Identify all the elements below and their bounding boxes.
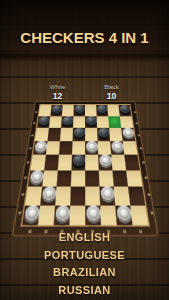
square[interactable] (111, 155, 126, 170)
square[interactable] (99, 205, 116, 225)
square[interactable] (48, 116, 61, 128)
square[interactable] (85, 116, 97, 128)
white-piece[interactable] (99, 187, 113, 200)
white-piece[interactable] (33, 141, 46, 151)
menu-item-portuguese[interactable]: PORTUGUESE (0, 247, 169, 265)
black-piece[interactable] (37, 116, 49, 125)
square[interactable] (129, 205, 147, 225)
square[interactable] (27, 170, 43, 187)
square[interactable] (55, 187, 71, 205)
black-piece[interactable] (61, 116, 72, 125)
square[interactable] (32, 141, 47, 155)
square[interactable] (70, 170, 84, 187)
black-piece[interactable] (118, 105, 129, 113)
square[interactable] (42, 170, 58, 187)
white-piece[interactable] (54, 205, 69, 220)
square[interactable] (85, 187, 100, 205)
square[interactable] (57, 155, 71, 170)
square[interactable] (119, 116, 132, 128)
square[interactable] (69, 205, 85, 225)
player-white-name: White (40, 84, 76, 90)
square[interactable] (36, 116, 49, 128)
language-menu: ENGLISH PORTUGUESE BRAZILIAN RUSSIAN (0, 229, 169, 299)
square[interactable] (110, 141, 124, 155)
square[interactable] (113, 187, 129, 205)
coordinate-dot (146, 193, 149, 196)
square[interactable] (71, 141, 84, 155)
coordinate-dot (17, 211, 20, 214)
white-piece[interactable] (85, 141, 97, 151)
square[interactable] (107, 105, 119, 116)
square[interactable] (25, 187, 42, 205)
square[interactable] (85, 155, 99, 170)
square[interactable] (45, 141, 59, 155)
board-frame (11, 101, 158, 236)
square[interactable] (73, 105, 85, 116)
square[interactable] (125, 170, 141, 187)
square[interactable] (58, 141, 72, 155)
coordinate-dot (30, 134, 33, 136)
square[interactable] (61, 105, 73, 116)
menu-item-brazilian[interactable]: BRAZILIAN (0, 264, 169, 282)
square[interactable] (50, 105, 62, 116)
player-black-name: Black (94, 84, 130, 90)
square[interactable] (59, 128, 72, 141)
player-black: Black 10 (94, 84, 130, 101)
square[interactable] (85, 105, 97, 116)
black-piece[interactable] (72, 155, 84, 166)
square[interactable] (44, 155, 59, 170)
square[interactable] (99, 187, 115, 205)
square[interactable] (98, 170, 113, 187)
square[interactable] (112, 170, 128, 187)
coordinate-dot (23, 176, 26, 178)
white-piece[interactable] (110, 141, 123, 151)
menu-item-russian[interactable]: RUSSIAN (0, 282, 169, 300)
player-black-score: 10 (94, 91, 130, 101)
square[interactable] (70, 187, 85, 205)
white-piece[interactable] (85, 205, 99, 220)
coordinate-dot (138, 147, 141, 149)
scoreboard: White 12 Black 10 (0, 84, 169, 101)
coordinate-dot (141, 161, 144, 163)
square[interactable] (109, 128, 123, 141)
square[interactable] (118, 105, 131, 116)
square[interactable] (85, 170, 99, 187)
white-piece[interactable] (23, 205, 39, 220)
square[interactable] (127, 187, 144, 205)
square[interactable] (37, 205, 54, 225)
square[interactable] (97, 141, 111, 155)
square[interactable] (72, 128, 85, 141)
black-piece[interactable] (96, 105, 107, 113)
white-piece[interactable] (29, 170, 43, 182)
square[interactable] (114, 205, 131, 225)
coordinate-dot (136, 134, 139, 136)
coordinate-dot (28, 147, 31, 149)
coordinate-dot (25, 161, 28, 163)
checkers-board (35, 101, 135, 231)
square[interactable] (85, 128, 98, 141)
square[interactable] (122, 141, 137, 155)
app: CHECKERS 4 IN 1 White 12 Black 10 ENGLIS… (0, 0, 169, 300)
square[interactable] (53, 205, 70, 225)
app-title: CHECKERS 4 IN 1 (0, 29, 169, 46)
square[interactable] (71, 155, 85, 170)
player-white: White 12 (40, 84, 76, 101)
black-piece[interactable] (73, 128, 84, 137)
square[interactable] (97, 128, 110, 141)
square[interactable] (60, 116, 72, 128)
coordinate-dot (32, 122, 34, 124)
coordinate-dot (134, 122, 136, 124)
board-grid (20, 104, 150, 227)
square[interactable] (96, 105, 108, 116)
black-piece[interactable] (97, 128, 109, 137)
black-piece[interactable] (85, 116, 96, 125)
menu-item-english[interactable]: ENGLISH (0, 229, 169, 247)
black-piece[interactable] (74, 105, 84, 113)
square[interactable] (85, 205, 101, 225)
square[interactable] (34, 128, 48, 141)
white-piece[interactable] (98, 155, 111, 166)
player-white-score: 12 (40, 91, 76, 101)
white-piece[interactable] (41, 187, 56, 200)
square[interactable] (38, 105, 51, 116)
square[interactable] (85, 141, 98, 155)
white-piece[interactable] (115, 205, 130, 220)
square[interactable] (56, 170, 71, 187)
square[interactable] (98, 155, 112, 170)
black-piece[interactable] (51, 105, 62, 113)
square[interactable] (40, 187, 56, 205)
highlighted-square[interactable] (108, 116, 121, 128)
square[interactable] (47, 128, 61, 141)
coordinate-dot (143, 176, 146, 178)
coordinate-dot (133, 111, 135, 113)
square[interactable] (72, 116, 84, 128)
coordinate-dot (149, 211, 152, 214)
square[interactable] (30, 155, 45, 170)
square[interactable] (21, 205, 39, 225)
coordinate-dot (20, 193, 23, 196)
coordinate-dot (34, 111, 36, 113)
square[interactable] (124, 155, 139, 170)
square[interactable] (121, 128, 135, 141)
white-piece[interactable] (121, 128, 133, 137)
square[interactable] (96, 116, 108, 128)
